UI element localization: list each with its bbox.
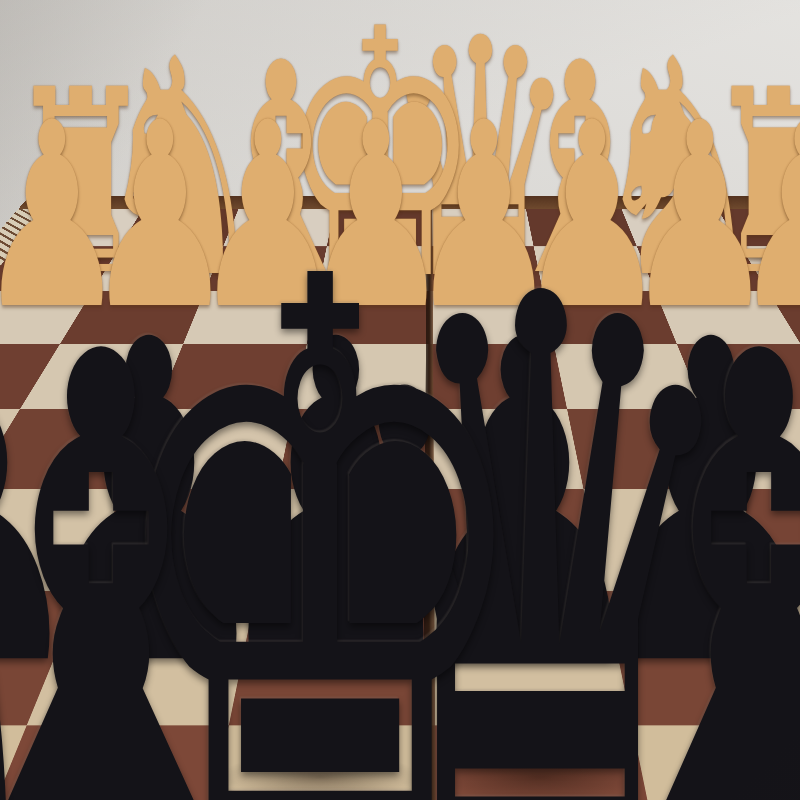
- black-rook-h8[interactable]: ♜: [0, 337, 164, 800]
- pieces-layer: ♜♞♝♛♚♝♞♜♟♟♟♟♟♟♟♟♟♟♟♟♟♟♟♟♜♞♝♛♚♝♞♜: [0, 0, 800, 800]
